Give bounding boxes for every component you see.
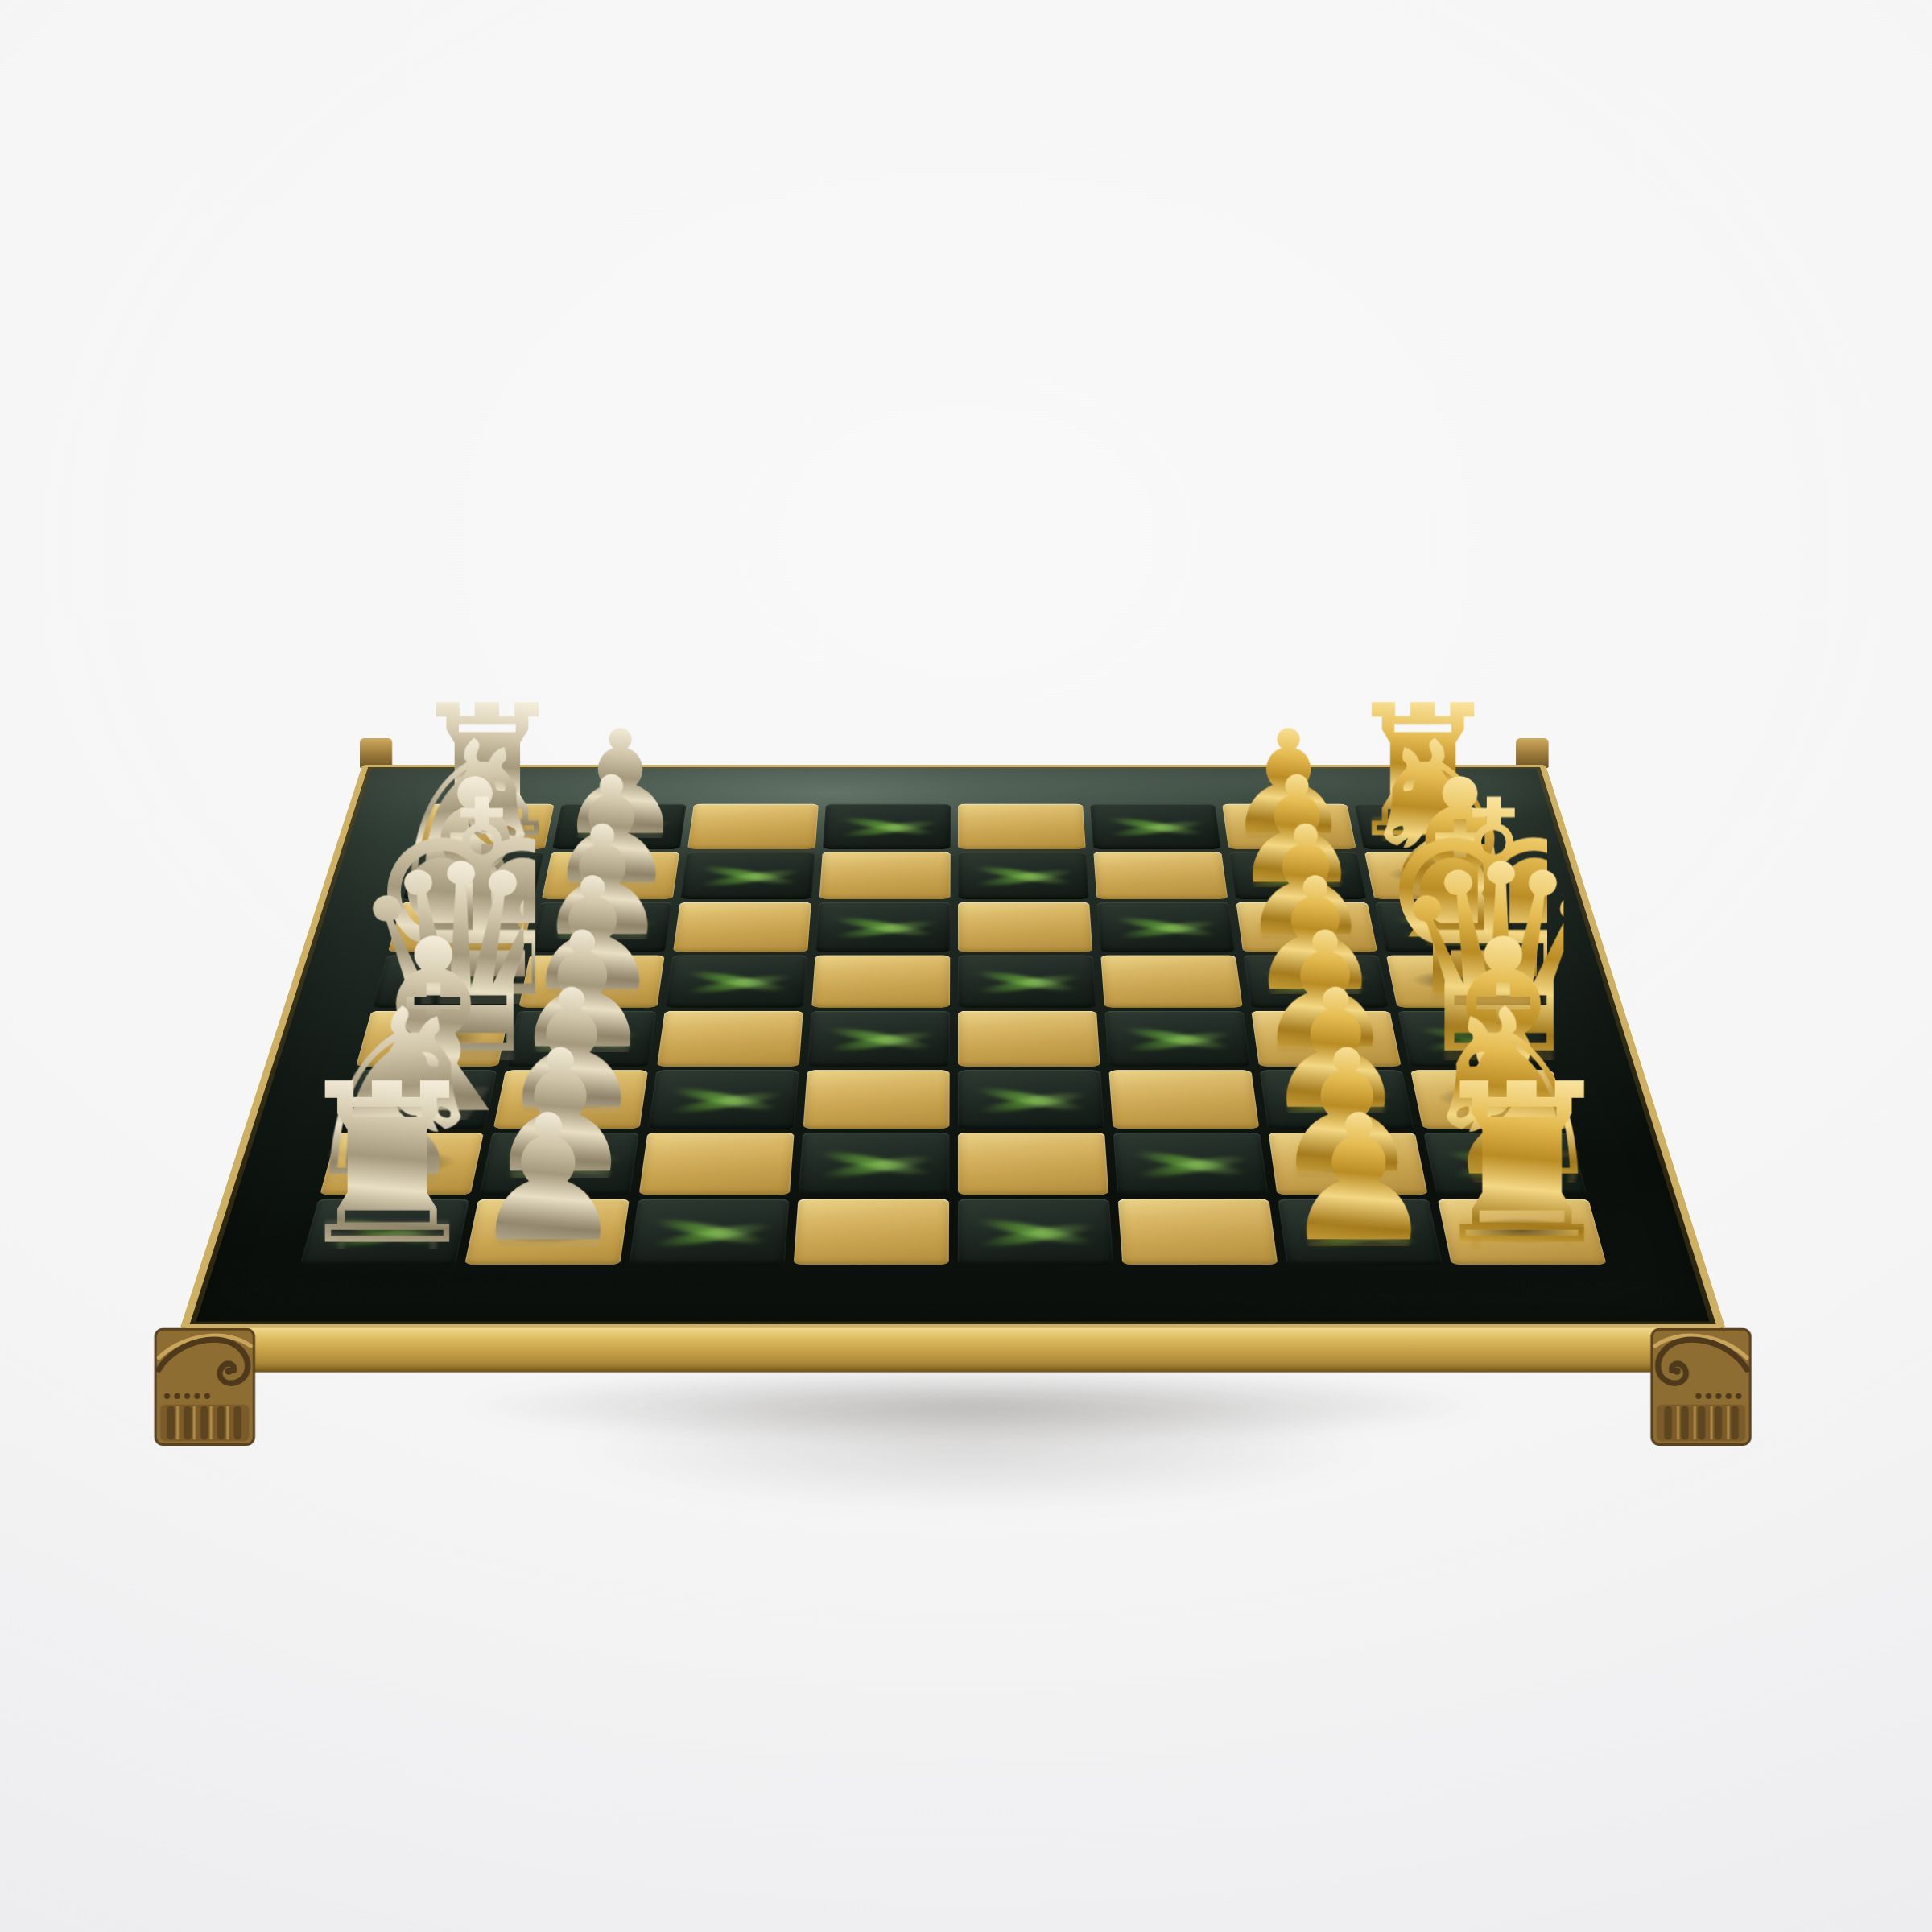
square-h4[interactable] (823, 804, 951, 849)
square-e3[interactable] (665, 955, 807, 1007)
square-e4[interactable] (811, 955, 950, 1007)
square-d6[interactable] (1104, 1011, 1251, 1067)
square-g7[interactable] (1229, 852, 1367, 899)
photo-stage: ♜♜♟♟♟♟♜♜♞♞♟♟♟♟♞♞♝♝♟♟♟♟♝♝♚♚♟♟♟♟♚♚♛♛♟♟♟♟♛♛… (0, 0, 1932, 1932)
ionic-capital-icon (147, 1323, 263, 1448)
square-f3[interactable] (673, 902, 811, 952)
square-d5[interactable] (958, 1011, 1100, 1067)
marble-vein (1133, 1153, 1252, 1181)
marble-vein (1130, 1148, 1249, 1179)
marble-vein (651, 1220, 775, 1250)
square-a5[interactable] (958, 1199, 1113, 1265)
marble-vein (824, 1025, 935, 1052)
marble-vein (826, 1029, 939, 1054)
chess-board: ♜♜♟♟♟♟♜♜♞♞♟♟♟♟♞♞♝♝♟♟♟♟♝♝♚♚♟♟♟♟♚♚♛♛♟♟♟♟♛♛… (180, 765, 1726, 1328)
square-g4[interactable] (819, 852, 951, 899)
square-a4[interactable] (794, 1199, 949, 1265)
square-a6[interactable] (1118, 1199, 1278, 1265)
frame-front-edge (181, 1324, 1724, 1373)
square-h5[interactable] (958, 804, 1086, 849)
square-h7[interactable] (1222, 804, 1356, 849)
square-h6[interactable] (1090, 804, 1221, 849)
square-b4[interactable] (799, 1133, 950, 1195)
marble-vein (818, 1153, 938, 1181)
marble-vein (976, 1220, 1099, 1250)
square-e5[interactable] (958, 955, 1096, 1007)
square-h3[interactable] (687, 804, 819, 849)
square-g5[interactable] (958, 852, 1089, 899)
square-d4[interactable] (807, 1011, 950, 1067)
marble-vein (650, 1216, 770, 1248)
square-f5[interactable] (958, 902, 1092, 952)
square-d3[interactable] (657, 1011, 803, 1067)
square-b3[interactable] (639, 1133, 795, 1195)
marble-vein (1121, 1025, 1233, 1052)
square-f4[interactable] (815, 902, 951, 952)
square-b6[interactable] (1113, 1133, 1269, 1195)
ionic-capital-icon (1642, 1323, 1759, 1448)
square-e6[interactable] (1100, 955, 1242, 1007)
foot-front-left (147, 1323, 263, 1448)
marble-vein (816, 1148, 934, 1179)
square-g3[interactable] (680, 852, 815, 899)
scene-3d: ♜♜♟♟♟♟♜♜♞♞♟♟♟♟♞♞♝♝♟♟♟♟♝♝♚♚♟♟♟♟♚♚♛♛♟♟♟♟♛♛… (0, 0, 1932, 1932)
square-a3[interactable] (629, 1199, 789, 1265)
square-f6[interactable] (1097, 902, 1236, 952)
foot-front-right (1642, 1323, 1759, 1448)
marble-vein (1124, 1029, 1236, 1054)
marble-vein (974, 1216, 1096, 1248)
square-b5[interactable] (958, 1133, 1108, 1195)
square-g6[interactable] (1093, 852, 1228, 899)
